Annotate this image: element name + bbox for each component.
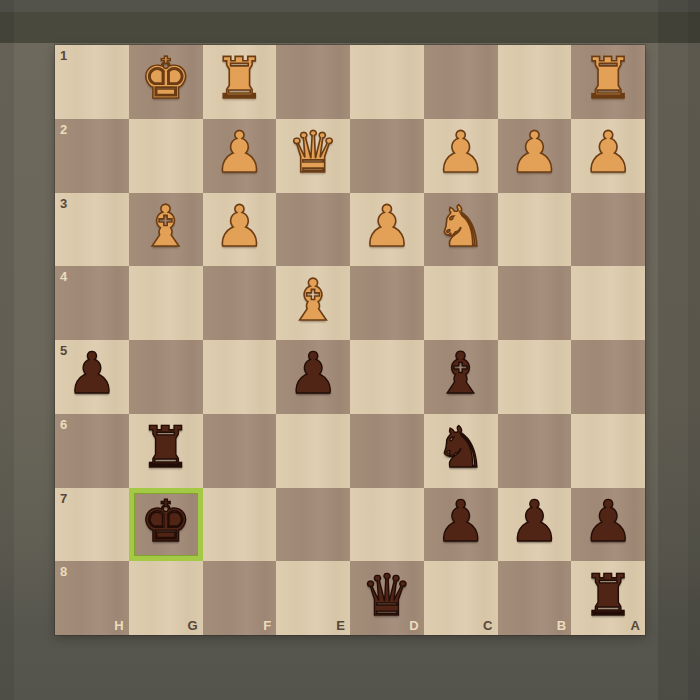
square-b8[interactable]: B [498, 561, 572, 635]
square-e3[interactable] [276, 193, 350, 267]
rank-label-8: 8 [60, 565, 67, 578]
rank-label-2: 2 [60, 123, 67, 136]
white-pawn-c2[interactable]: ♟ [435, 124, 486, 181]
square-b7[interactable]: ♟ [498, 488, 572, 562]
white-pawn-b2[interactable]: ♟ [509, 124, 560, 181]
white-pawn-a2[interactable]: ♟ [583, 124, 634, 181]
file-label-B: B [557, 619, 566, 632]
square-d3[interactable]: ♟ [350, 193, 424, 267]
square-a8[interactable]: A♜ [571, 561, 645, 635]
square-g5[interactable] [129, 340, 203, 414]
square-b2[interactable]: ♟ [498, 119, 572, 193]
square-h2[interactable]: 2 [55, 119, 129, 193]
white-knight-c3[interactable]: ♞ [435, 198, 486, 255]
square-c3[interactable]: ♞ [424, 193, 498, 267]
square-e4[interactable]: ♝ [276, 266, 350, 340]
square-f3[interactable]: ♟ [203, 193, 277, 267]
rank-label-1: 1 [60, 49, 67, 62]
file-label-F: F [263, 619, 271, 632]
square-f8[interactable]: F [203, 561, 277, 635]
square-a7[interactable]: ♟ [571, 488, 645, 562]
square-d8[interactable]: D♛ [350, 561, 424, 635]
square-h5[interactable]: 5♟ [55, 340, 129, 414]
black-rook-a8[interactable]: ♜ [583, 567, 634, 624]
square-g4[interactable] [129, 266, 203, 340]
background-top-band [0, 12, 700, 43]
black-king-g7[interactable]: ♚ [140, 493, 191, 550]
square-h7[interactable]: 7 [55, 488, 129, 562]
square-d1[interactable] [350, 45, 424, 119]
square-h1[interactable]: 1 [55, 45, 129, 119]
white-pawn-d3[interactable]: ♟ [361, 198, 412, 255]
black-queen-d8[interactable]: ♛ [361, 567, 412, 624]
white-pawn-f3[interactable]: ♟ [214, 198, 265, 255]
rank-label-3: 3 [60, 197, 67, 210]
file-label-H: H [114, 619, 123, 632]
square-d2[interactable] [350, 119, 424, 193]
black-bishop-c5[interactable]: ♝ [435, 345, 486, 402]
square-b6[interactable] [498, 414, 572, 488]
square-a5[interactable] [571, 340, 645, 414]
square-b1[interactable] [498, 45, 572, 119]
black-pawn-c7[interactable]: ♟ [435, 493, 486, 550]
square-h6[interactable]: 6 [55, 414, 129, 488]
white-rook-a1[interactable]: ♜ [583, 50, 634, 107]
background-left-band [0, 0, 14, 700]
white-pawn-f2[interactable]: ♟ [214, 124, 265, 181]
square-d5[interactable] [350, 340, 424, 414]
black-pawn-h5[interactable]: ♟ [66, 345, 117, 402]
square-b3[interactable] [498, 193, 572, 267]
square-c8[interactable]: C [424, 561, 498, 635]
square-g2[interactable] [129, 119, 203, 193]
square-f5[interactable] [203, 340, 277, 414]
rank-label-4: 4 [60, 270, 67, 283]
square-e7[interactable] [276, 488, 350, 562]
square-a6[interactable] [571, 414, 645, 488]
black-pawn-e5[interactable]: ♟ [288, 345, 339, 402]
black-knight-c6[interactable]: ♞ [435, 419, 486, 476]
square-d4[interactable] [350, 266, 424, 340]
square-f7[interactable] [203, 488, 277, 562]
square-a4[interactable] [571, 266, 645, 340]
square-g6[interactable]: ♜ [129, 414, 203, 488]
square-a2[interactable]: ♟ [571, 119, 645, 193]
white-bishop-g3[interactable]: ♝ [140, 198, 191, 255]
square-g1[interactable]: ♚ [129, 45, 203, 119]
rank-label-7: 7 [60, 492, 67, 505]
square-f1[interactable]: ♜ [203, 45, 277, 119]
square-b5[interactable] [498, 340, 572, 414]
square-c2[interactable]: ♟ [424, 119, 498, 193]
file-label-C: C [483, 619, 492, 632]
file-label-G: G [187, 619, 197, 632]
white-bishop-e4[interactable]: ♝ [288, 272, 339, 329]
square-h3[interactable]: 3 [55, 193, 129, 267]
square-d6[interactable] [350, 414, 424, 488]
square-h4[interactable]: 4 [55, 266, 129, 340]
square-a1[interactable]: ♜ [571, 45, 645, 119]
rank-label-6: 6 [60, 418, 67, 431]
white-rook-f1[interactable]: ♜ [214, 50, 265, 107]
square-g7[interactable]: ♚ [129, 488, 203, 562]
black-pawn-b7[interactable]: ♟ [509, 493, 560, 550]
square-f4[interactable] [203, 266, 277, 340]
square-h8[interactable]: 8H [55, 561, 129, 635]
file-label-E: E [336, 619, 345, 632]
black-rook-g6[interactable]: ♜ [140, 419, 191, 476]
square-g3[interactable]: ♝ [129, 193, 203, 267]
square-f6[interactable] [203, 414, 277, 488]
square-e2[interactable]: ♛ [276, 119, 350, 193]
square-c7[interactable]: ♟ [424, 488, 498, 562]
square-e8[interactable]: E [276, 561, 350, 635]
square-c5[interactable]: ♝ [424, 340, 498, 414]
square-e6[interactable] [276, 414, 350, 488]
square-e5[interactable]: ♟ [276, 340, 350, 414]
background-top-strip [0, 0, 700, 12]
square-c1[interactable] [424, 45, 498, 119]
square-a3[interactable] [571, 193, 645, 267]
white-king-g1[interactable]: ♚ [140, 50, 191, 107]
square-e1[interactable] [276, 45, 350, 119]
square-g8[interactable]: G [129, 561, 203, 635]
square-f2[interactable]: ♟ [203, 119, 277, 193]
app-background: 1♚♜♜2♟♛♟♟♟3♝♟♟♞4♝5♟♟♝6♜♞7♚♟♟♟8HGFED♛CBA♜ [0, 0, 700, 700]
square-b4[interactable] [498, 266, 572, 340]
background-right-edge [688, 0, 700, 700]
chess-board: 1♚♜♜2♟♛♟♟♟3♝♟♟♞4♝5♟♟♝6♜♞7♚♟♟♟8HGFED♛CBA♜ [55, 45, 645, 635]
square-c4[interactable] [424, 266, 498, 340]
square-d7[interactable] [350, 488, 424, 562]
white-queen-e2[interactable]: ♛ [288, 124, 339, 181]
black-pawn-a7[interactable]: ♟ [583, 493, 634, 550]
square-c6[interactable]: ♞ [424, 414, 498, 488]
